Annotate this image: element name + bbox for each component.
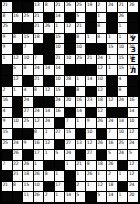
cell-r19c12[interactable]: 1 — [118, 192, 128, 202]
code-number: 5 — [55, 150, 58, 155]
cell-r19c13[interactable]: 20 — [128, 192, 138, 202]
cell-r6c10[interactable]: 24 — [97, 55, 107, 65]
cell-r6c3[interactable]: 10 — [23, 55, 33, 65]
cell-r8c5 — [44, 76, 54, 86]
cell-r5c5 — [44, 44, 54, 54]
cell-r10c7[interactable]: 20 — [65, 97, 75, 107]
code-number: 21 — [3, 182, 8, 187]
code-number: 7 — [108, 129, 111, 134]
cell-r12c7[interactable]: 7 — [65, 118, 75, 128]
cell-r3c11 — [107, 23, 117, 33]
cell-r19c10[interactable]: 5 — [97, 192, 107, 202]
cell-r12c10[interactable]: 26 — [97, 118, 107, 128]
cell-r17c3[interactable]: 18 — [23, 171, 33, 181]
cell-r12c5[interactable]: 24 — [44, 118, 54, 128]
cell-r17c8[interactable]: 1 — [76, 171, 86, 181]
cell-r12c3[interactable]: 25 — [23, 118, 33, 128]
code-number: 26 — [24, 161, 29, 166]
cell-r7c9 — [86, 65, 96, 75]
cell-r18c8[interactable]: 2 — [76, 182, 86, 192]
code-number: 26 — [13, 150, 18, 155]
cell-r13c12[interactable]: 10 — [118, 129, 128, 139]
code-number: 12 — [97, 65, 102, 70]
cell-r10c1[interactable]: 16 — [2, 97, 12, 107]
cell-r12c8[interactable]: 1 — [76, 118, 86, 128]
code-number: 13 — [76, 140, 81, 145]
code-number: 4 — [24, 87, 27, 92]
code-number: 18 — [34, 34, 39, 39]
cell-r19c3[interactable]: 11 — [23, 192, 33, 202]
cell-r3c10[interactable]: 8 — [97, 23, 107, 33]
cell-r16c13[interactable]: 12 — [128, 161, 138, 171]
cell-r14c10[interactable]: 26 — [97, 140, 107, 150]
cell-r10c13[interactable]: 16 — [128, 97, 138, 107]
code-number: 1 — [97, 171, 100, 176]
code-number: 12 — [13, 55, 18, 60]
cell-r15c6[interactable]: 5 — [55, 150, 65, 160]
cell-r16c1[interactable]: 7 — [2, 161, 12, 171]
cell-r10c6[interactable]: 24 — [55, 97, 65, 107]
cell-r15c1 — [2, 150, 12, 160]
cell-r4c9[interactable]: 1 — [86, 34, 96, 44]
code-number: 4 — [118, 76, 121, 81]
cell-r18c11[interactable]: 18 — [107, 182, 117, 192]
cell-r11c8[interactable]: 14 — [76, 108, 86, 118]
cell-r7c10[interactable]: 12 — [97, 65, 107, 75]
cell-r6c7[interactable]: 10 — [65, 55, 75, 65]
cell-r17c11[interactable]: 2 — [107, 171, 117, 181]
cell-r2c1[interactable]: 8 — [2, 13, 12, 23]
cell-r15c13[interactable]: 5 — [128, 150, 138, 160]
code-number: 24 — [118, 97, 123, 102]
cell-r18c2[interactable]: 8 — [13, 182, 23, 192]
cell-r7c2[interactable]: 5 — [13, 65, 23, 75]
cell-r12c12[interactable]: 14 — [118, 118, 128, 128]
code-number: 12 — [13, 76, 18, 81]
cell-r12c1[interactable]: 9 — [2, 118, 12, 128]
cell-r16c12 — [118, 161, 128, 171]
cell-r3c12[interactable]: 1 — [118, 23, 128, 33]
cell-r1c7[interactable]: 26 — [65, 2, 75, 12]
cell-r11c10[interactable]: 12 — [97, 108, 107, 118]
cell-r1c1[interactable]: 21 — [2, 2, 12, 12]
code-number: 7 — [34, 55, 37, 60]
cell-r12c4[interactable]: 12 — [34, 118, 44, 128]
cell-r5c13[interactable]: 20З — [128, 44, 138, 54]
code-number: 17 — [34, 150, 39, 155]
code-number: 1 — [13, 87, 16, 92]
code-number: 2 — [45, 192, 48, 197]
cell-r14c6 — [55, 140, 65, 150]
cell-r10c9[interactable]: 23 — [86, 97, 96, 107]
cell-r1c4[interactable]: 13 — [34, 2, 44, 12]
cell-r14c12[interactable]: 25 — [118, 140, 128, 150]
cell-r15c12[interactable]: 24 — [118, 150, 128, 160]
cell-r1c11[interactable]: 24 — [107, 2, 117, 12]
cell-r13c6[interactable]: 27 — [55, 129, 65, 139]
cell-r6c2[interactable]: 12 — [13, 55, 23, 65]
code-number: 12 — [45, 140, 50, 145]
code-number: 27 — [87, 150, 92, 155]
cell-r13c3 — [23, 129, 33, 139]
cell-r6c4[interactable]: 7 — [34, 55, 44, 65]
cell-r7c5[interactable]: 14 — [44, 65, 54, 75]
cell-r4c1[interactable]: 9 — [2, 34, 12, 44]
cell-r11c6[interactable]: 16 — [55, 108, 65, 118]
code-number: 1 — [118, 34, 121, 39]
code-number: 10 — [55, 44, 60, 49]
cell-r19c11[interactable]: 14 — [107, 192, 117, 202]
code-number: 14 — [66, 192, 71, 197]
cell-r2c8[interactable]: 5 — [76, 13, 86, 23]
cell-r15c7[interactable]: 24 — [65, 150, 75, 160]
cell-r18c1[interactable]: 21 — [2, 182, 12, 192]
cell-r9c8[interactable]: 8 — [76, 87, 86, 97]
cell-r18c13[interactable]: 24 — [128, 182, 138, 192]
code-number: 21 — [13, 171, 18, 176]
cell-r11c11 — [107, 108, 117, 118]
code-number: 8 — [87, 161, 90, 166]
cell-r5c8[interactable]: 10 — [76, 44, 86, 54]
cell-r14c11[interactable]: 16 — [107, 140, 117, 150]
code-number: 8 — [97, 34, 100, 39]
cell-r11c13[interactable]: 14 — [128, 108, 138, 118]
code-number: 12 — [129, 171, 134, 176]
cell-r10c5 — [44, 97, 54, 107]
cell-r18c5 — [44, 182, 54, 192]
code-number: 25 — [76, 2, 81, 7]
cell-r14c9[interactable]: 12 — [86, 140, 96, 150]
code-number: 12 — [108, 97, 113, 102]
cell-r2c2[interactable]: 16 — [13, 13, 23, 23]
code-number: 8 — [13, 182, 16, 187]
code-number: 12 — [97, 108, 102, 113]
cell-r16c4[interactable]: 1 — [34, 161, 44, 171]
cell-r19c2 — [13, 192, 23, 202]
code-number: 1 — [118, 171, 121, 176]
cell-r2c10[interactable]: 1 — [97, 13, 107, 23]
cell-r3c2 — [13, 23, 23, 33]
cell-r13c9[interactable]: 10 — [86, 129, 96, 139]
code-number: 9 — [3, 118, 6, 123]
cell-r4c8[interactable]: 8 — [76, 34, 86, 44]
cell-r4c4[interactable]: 18 — [34, 34, 44, 44]
code-number: 26 — [108, 161, 113, 166]
cell-r2c7 — [65, 13, 75, 23]
code-number: 12 — [87, 140, 92, 145]
cell-r1c5[interactable]: 8 — [44, 2, 54, 12]
cell-r8c9[interactable]: 14 — [86, 76, 96, 86]
cell-r4c13[interactable]: 16У — [128, 34, 138, 44]
cell-r18c6[interactable]: 17 — [55, 182, 65, 192]
cell-r10c8[interactable]: 16 — [76, 97, 86, 107]
cell-r6c1[interactable]: 1 — [2, 55, 12, 65]
cell-r12c13[interactable]: 10 — [128, 118, 138, 128]
cell-r13c7[interactable]: 15 — [65, 129, 75, 139]
cell-r3c6[interactable]: 1 — [55, 23, 65, 33]
code-number: 2 — [3, 87, 6, 92]
cell-r12c11[interactable]: 24 — [107, 118, 117, 128]
cell-r13c11[interactable]: 7 — [107, 129, 117, 139]
code-number: 1 — [87, 34, 90, 39]
cell-r9c6[interactable]: 15 — [55, 87, 65, 97]
cell-r3c1[interactable]: 25 — [2, 23, 12, 33]
code-number: 26 — [118, 13, 123, 18]
cell-r17c6[interactable]: 1 — [55, 171, 65, 181]
cell-r7c13[interactable]: 14Л — [128, 65, 138, 75]
code-number: 15 — [118, 55, 123, 60]
code-number: 1 — [66, 161, 69, 166]
cell-r8c7[interactable]: 28 — [65, 76, 75, 86]
code-number: 1 — [97, 13, 100, 18]
cell-r2c13 — [128, 13, 138, 23]
cell-r6c9[interactable]: 21 — [86, 55, 96, 65]
cell-r19c8[interactable]: 5 — [76, 192, 86, 202]
cell-r19c4[interactable]: 26 — [34, 192, 44, 202]
cell-r8c6[interactable]: 10 — [55, 76, 65, 86]
cell-r17c12[interactable]: 1 — [118, 171, 128, 181]
cell-r9c1[interactable]: 2 — [2, 87, 12, 97]
cell-r1c12[interactable]: 21 — [118, 2, 128, 12]
code-number: 15 — [108, 44, 113, 49]
given-letter: З — [128, 47, 138, 54]
cell-r18c4[interactable]: 10 — [34, 182, 44, 192]
cell-r10c10[interactable]: 18 — [97, 97, 107, 107]
cell-r11c3[interactable]: 27 — [23, 108, 33, 118]
code-number: 5 — [13, 65, 16, 70]
cell-r19c6[interactable]: 1 — [55, 192, 65, 202]
cell-r8c8[interactable]: 1 — [76, 76, 86, 86]
cell-r3c7[interactable]: 12 — [65, 23, 75, 33]
cell-r2c3[interactable]: 25 — [23, 13, 33, 23]
code-number: 21 — [87, 55, 92, 60]
code-number: 18 — [108, 182, 113, 187]
cell-r16c10[interactable]: 18 — [97, 161, 107, 171]
cell-r1c8[interactable]: 25 — [76, 2, 86, 12]
code-number: 12 — [34, 118, 39, 123]
cell-r9c12[interactable]: 8 — [118, 87, 128, 97]
cell-r11c4[interactable]: 24 — [34, 108, 44, 118]
cell-r15c2[interactable]: 26 — [13, 150, 23, 160]
code-number: 8 — [3, 13, 6, 18]
code-number: 9 — [3, 44, 6, 49]
cell-r4c3[interactable]: 15 — [23, 34, 33, 44]
code-number: 25 — [24, 118, 29, 123]
given-letter: У — [128, 36, 138, 43]
cell-r7c11[interactable]: 1 — [107, 65, 117, 75]
cell-r1c13[interactable]: 26 — [128, 2, 138, 12]
cell-r11c1[interactable]: 4 — [2, 108, 12, 118]
cell-r13c4[interactable]: 8 — [34, 129, 44, 139]
cell-r14c8[interactable]: 13 — [76, 140, 86, 150]
cell-r7c6[interactable]: 14 — [55, 65, 65, 75]
cell-r10c12[interactable]: 24 — [118, 97, 128, 107]
cell-r7c4[interactable]: 24 — [34, 65, 44, 75]
cell-r17c4[interactable]: 26 — [34, 171, 44, 181]
code-number: 8 — [45, 171, 48, 176]
cell-r12c2[interactable]: 10 — [13, 118, 23, 128]
cell-r8c10[interactable]: 10 — [97, 76, 107, 86]
cell-r4c12[interactable]: 1 — [118, 34, 128, 44]
given-letter: Л — [128, 68, 138, 75]
code-number: 26 — [97, 118, 102, 123]
cell-r13c1[interactable]: 15 — [2, 129, 12, 139]
code-number: 21 — [34, 76, 39, 81]
code-number: 7 — [66, 118, 69, 123]
cell-r15c5[interactable]: 1 — [44, 150, 54, 160]
cell-r1c10[interactable]: 2 — [97, 2, 107, 12]
cell-r16c7[interactable]: 1 — [65, 161, 75, 171]
cell-r7c8 — [76, 65, 86, 75]
cell-r15c9[interactable]: 27 — [86, 150, 96, 160]
code-number: 21 — [55, 2, 60, 7]
cell-r4c10[interactable]: 8 — [97, 34, 107, 44]
cell-r14c2[interactable]: 24 — [13, 140, 23, 150]
cell-r1c9[interactable]: 18 — [86, 2, 96, 12]
cell-r6c13[interactable]: 18Е — [128, 55, 138, 65]
cell-r16c2[interactable]: 22 — [13, 161, 23, 171]
code-number: 1 — [118, 23, 121, 28]
cell-r18c9[interactable]: 1 — [86, 182, 96, 192]
cell-r3c5[interactable]: 26 — [44, 23, 54, 33]
code-number: 15 — [55, 87, 60, 92]
code-number: 1 — [34, 161, 37, 166]
code-number: 13 — [34, 2, 39, 7]
cell-r14c4[interactable]: 16 — [34, 140, 44, 150]
cell-r4c2[interactable]: 8 — [13, 34, 23, 44]
code-number: 8 — [76, 87, 79, 92]
cell-r13c13[interactable]: 12 — [128, 129, 138, 139]
code-number: 10 — [24, 55, 29, 60]
cell-r7c1 — [2, 65, 12, 75]
cell-r4c6[interactable]: 15 — [55, 34, 65, 44]
cell-r19c1 — [2, 192, 12, 202]
cell-r6c8[interactable]: 25 — [76, 55, 86, 65]
code-number: 10 — [87, 129, 92, 134]
cell-r14c1[interactable]: 25 — [2, 140, 12, 150]
code-number: 10 — [97, 76, 102, 81]
cell-r11c5[interactable]: 14 — [44, 108, 54, 118]
cell-r7c12[interactable]: 15 — [118, 65, 128, 75]
cell-r5c2 — [13, 44, 23, 54]
cell-r7c3[interactable]: 8 — [23, 65, 33, 75]
cell-r9c13 — [128, 87, 138, 97]
cell-r9c7 — [65, 87, 75, 97]
cell-r6c12[interactable]: 15 — [118, 55, 128, 65]
cell-r8c12[interactable]: 4 — [118, 76, 128, 86]
cell-r1c2 — [13, 2, 23, 12]
code-number: 14 — [129, 108, 134, 113]
cell-r15c8 — [76, 150, 86, 160]
code-number: 1 — [108, 34, 111, 39]
cell-r14c7[interactable]: 27 — [65, 140, 75, 150]
cell-r11c2 — [13, 108, 23, 118]
code-number: 17 — [55, 182, 60, 187]
cell-r3c9 — [86, 23, 96, 33]
code-number: 25 — [3, 140, 8, 145]
cell-r4c11[interactable]: 1 — [107, 34, 117, 44]
cell-r2c6[interactable]: 14 — [55, 13, 65, 23]
cell-r2c4[interactable]: 21 — [34, 13, 44, 23]
cell-r15c11[interactable]: 5 — [107, 150, 117, 160]
cell-r10c11[interactable]: 12 — [107, 97, 117, 107]
code-number: 16 — [34, 140, 39, 145]
cell-r17c5[interactable]: 8 — [44, 171, 54, 181]
cell-r6c6[interactable]: 21 — [55, 55, 65, 65]
code-number: 24 — [45, 118, 50, 123]
cell-r16c3[interactable]: 26 — [23, 161, 33, 171]
code-number: 26 — [97, 140, 102, 145]
cell-r18c10[interactable]: 12 — [97, 182, 107, 192]
code-number: 14 — [87, 76, 92, 81]
code-number: 5 — [76, 13, 79, 18]
cell-r13c10 — [97, 129, 107, 139]
code-number: 9 — [3, 34, 6, 39]
cell-r9c5[interactable]: 12 — [44, 87, 54, 97]
cell-r9c3[interactable]: 4 — [23, 87, 33, 97]
cell-r9c2[interactable]: 1 — [13, 87, 23, 97]
cell-r8c2[interactable]: 12 — [13, 76, 23, 86]
cell-r5c1[interactable]: 9 — [2, 44, 12, 54]
cell-r3c4[interactable]: 21 — [34, 23, 44, 33]
cell-r5c3[interactable]: 7 — [23, 44, 33, 54]
cell-r2c12[interactable]: 26 — [118, 13, 128, 23]
cell-r6c11[interactable]: 1 — [107, 55, 117, 65]
cell-r4c5 — [44, 34, 54, 44]
code-number: 11 — [24, 192, 29, 197]
cell-r8c4[interactable]: 21 — [34, 76, 44, 86]
code-number: 28 — [66, 76, 71, 81]
cell-r15c4[interactable]: 17 — [34, 150, 44, 160]
cell-r2c9 — [86, 13, 96, 23]
cell-r12c9[interactable]: 9 — [86, 118, 96, 128]
code-number: 16 — [13, 13, 18, 18]
code-number: 16 — [55, 108, 60, 113]
cell-r17c13[interactable]: 12 — [128, 171, 138, 181]
cell-r1c6[interactable]: 21 — [55, 2, 65, 12]
cell-r16c8[interactable]: 21 — [76, 161, 86, 171]
cell-r2c5 — [44, 13, 54, 23]
code-number: 9 — [24, 140, 27, 145]
code-number: 16 — [3, 97, 8, 102]
cell-r13c5[interactable]: 1 — [44, 129, 54, 139]
cell-r17c2[interactable]: 21 — [13, 171, 23, 181]
code-number: 24 — [129, 182, 134, 187]
cell-r16c9[interactable]: 8 — [86, 161, 96, 171]
cell-r9c10[interactable]: 12 — [97, 87, 107, 97]
cell-r5c12[interactable]: 10 — [118, 44, 128, 54]
cell-r16c11[interactable]: 26 — [107, 161, 117, 171]
cell-r9c9 — [86, 87, 96, 97]
code-number: 21 — [76, 23, 81, 28]
cell-r13c2 — [13, 129, 23, 139]
cell-r5c6[interactable]: 10 — [55, 44, 65, 54]
cell-r9c4[interactable]: 8 — [34, 87, 44, 97]
cell-r17c9[interactable]: 26 — [86, 171, 96, 181]
cell-r14c13[interactable]: 24 — [128, 140, 138, 150]
cell-r3c8[interactable]: 21 — [76, 23, 86, 33]
cell-r14c3[interactable]: 9 — [23, 140, 33, 150]
cell-r10c3[interactable]: 24 — [23, 97, 33, 107]
cell-r14c5[interactable]: 12 — [44, 140, 54, 150]
cell-r18c3[interactable]: 15 — [23, 182, 33, 192]
cell-r19c5[interactable]: 2 — [44, 192, 54, 202]
cell-r17c10[interactable]: 1 — [97, 171, 107, 181]
cell-r5c11[interactable]: 15 — [107, 44, 117, 54]
cell-r19c7[interactable]: 14 — [65, 192, 75, 202]
code-number: 1 — [76, 118, 79, 123]
code-number: 12 — [97, 87, 102, 92]
